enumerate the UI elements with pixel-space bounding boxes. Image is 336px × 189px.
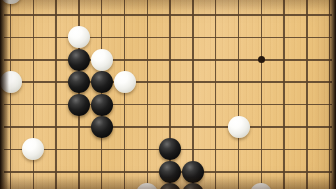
- grid-line-vertical: [215, 0, 217, 189]
- grid-line-vertical: [55, 0, 57, 189]
- stone-black[interactable]: [91, 116, 113, 138]
- grid-line-horizontal: [4, 37, 332, 39]
- stone-black[interactable]: [68, 94, 90, 116]
- grid-line-vertical: [283, 0, 285, 189]
- stone-white[interactable]: [22, 138, 44, 160]
- grid-line-vertical: [238, 0, 240, 189]
- stone-black[interactable]: [91, 94, 113, 116]
- grid-line-horizontal: [4, 81, 332, 83]
- go-board[interactable]: [0, 0, 336, 189]
- stone-black[interactable]: [159, 183, 181, 189]
- stone-white[interactable]: [91, 49, 113, 71]
- stone-black[interactable]: [91, 71, 113, 93]
- stone-white[interactable]: [228, 116, 250, 138]
- grid-line-vertical: [329, 0, 331, 189]
- grid-line-vertical: [261, 0, 263, 189]
- stone-black[interactable]: [159, 138, 181, 160]
- stone-white[interactable]: [0, 0, 22, 4]
- grid-line-vertical: [147, 0, 149, 189]
- grid-line-vertical: [306, 0, 308, 189]
- grid-line-horizontal: [4, 59, 332, 61]
- star-point: [258, 56, 265, 63]
- grid-line-vertical: [33, 0, 35, 189]
- stone-black[interactable]: [159, 161, 181, 183]
- grid-line-horizontal: [4, 14, 332, 16]
- stone-white[interactable]: [0, 71, 22, 93]
- stone-white[interactable]: [68, 26, 90, 48]
- stone-black[interactable]: [182, 183, 204, 189]
- stone-white[interactable]: [136, 183, 158, 189]
- grid-line-horizontal: [4, 104, 332, 106]
- grid-line-vertical: [10, 0, 12, 189]
- stone-black[interactable]: [68, 71, 90, 93]
- grid-line-vertical: [124, 0, 126, 189]
- grid-line-horizontal: [4, 126, 332, 128]
- video-frame: [0, 0, 336, 189]
- stone-black[interactable]: [68, 49, 90, 71]
- stone-black[interactable]: [182, 161, 204, 183]
- stone-white[interactable]: [250, 183, 272, 189]
- stone-white[interactable]: [114, 71, 136, 93]
